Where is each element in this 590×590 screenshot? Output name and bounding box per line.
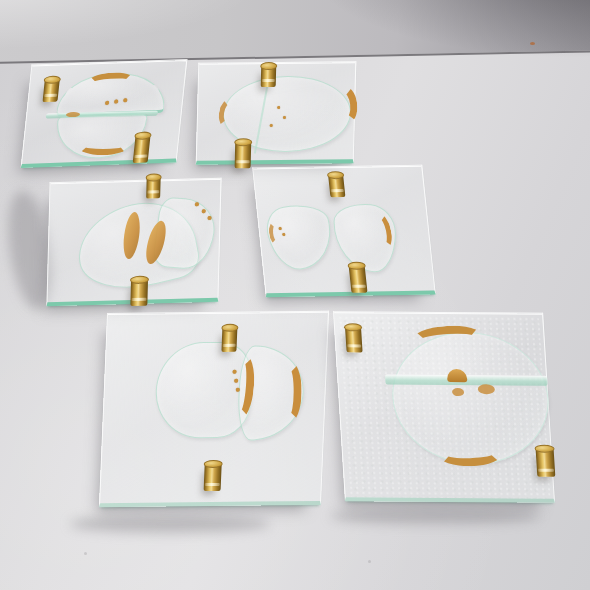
brass-peg-reflection: [236, 160, 250, 163]
brass-peg: [345, 327, 363, 352]
brass-peg-cap: [221, 324, 238, 332]
wall-light-patch: [0, 0, 308, 60]
brass-peg: [204, 464, 222, 491]
wall-speck: [530, 42, 535, 45]
glass-coaster-middle-left: [46, 178, 221, 307]
brass-peg: [133, 135, 151, 163]
brass-peg-cap: [130, 276, 149, 285]
brass-peg-reflection: [147, 190, 159, 193]
brass-peg: [221, 328, 237, 352]
brass-peg: [130, 280, 148, 306]
brass-peg-reflection: [262, 79, 275, 82]
brass-peg-reflection: [205, 483, 220, 486]
gold-dot: [282, 233, 285, 236]
brass-peg-reflection: [134, 155, 147, 158]
brass-peg-reflection: [538, 469, 554, 472]
brass-peg-cap: [146, 173, 162, 181]
brass-peg-cap: [134, 131, 152, 140]
brass-peg-reflection: [352, 285, 366, 288]
brass-peg-cap: [234, 138, 252, 146]
brass-peg-cap: [347, 262, 366, 270]
glass-coaster-top-right: [196, 61, 357, 164]
brass-peg-cap: [204, 460, 223, 468]
brass-peg: [261, 66, 277, 87]
cast-shadow: [70, 515, 270, 533]
dust-speck: [368, 560, 371, 563]
background-wall: [0, 0, 590, 64]
brass-peg: [42, 80, 59, 103]
wall-corner-shadow: [316, 0, 590, 62]
brass-peg: [349, 266, 368, 293]
brass-peg: [235, 142, 252, 168]
brass-peg-reflection: [44, 94, 57, 97]
brass-peg-cap: [43, 75, 61, 84]
brass-peg-cap: [344, 323, 363, 331]
brass-peg: [536, 449, 556, 477]
brass-peg-reflection: [347, 344, 361, 347]
glass-coaster-bottom-right: [333, 311, 555, 503]
brass-peg-reflection: [331, 189, 344, 192]
brass-peg: [146, 177, 161, 198]
gold-dot: [278, 227, 281, 230]
brass-peg-cap: [260, 62, 277, 70]
gold-blob: [452, 388, 465, 396]
cast-shadow: [330, 508, 540, 524]
brass-peg: [328, 175, 345, 197]
brass-peg-cap: [534, 445, 555, 453]
brass-peg-cap: [327, 171, 345, 179]
gold-blob: [478, 384, 496, 394]
dust-speck: [84, 552, 87, 555]
photo-glass-coasters: [0, 0, 590, 590]
brass-peg-reflection: [131, 298, 146, 301]
glass-coaster-middle-right: [252, 165, 436, 298]
glass-coaster-bottom-left: [99, 311, 329, 507]
brass-peg-reflection: [223, 344, 236, 347]
glass-coaster-top-left: [21, 59, 188, 168]
